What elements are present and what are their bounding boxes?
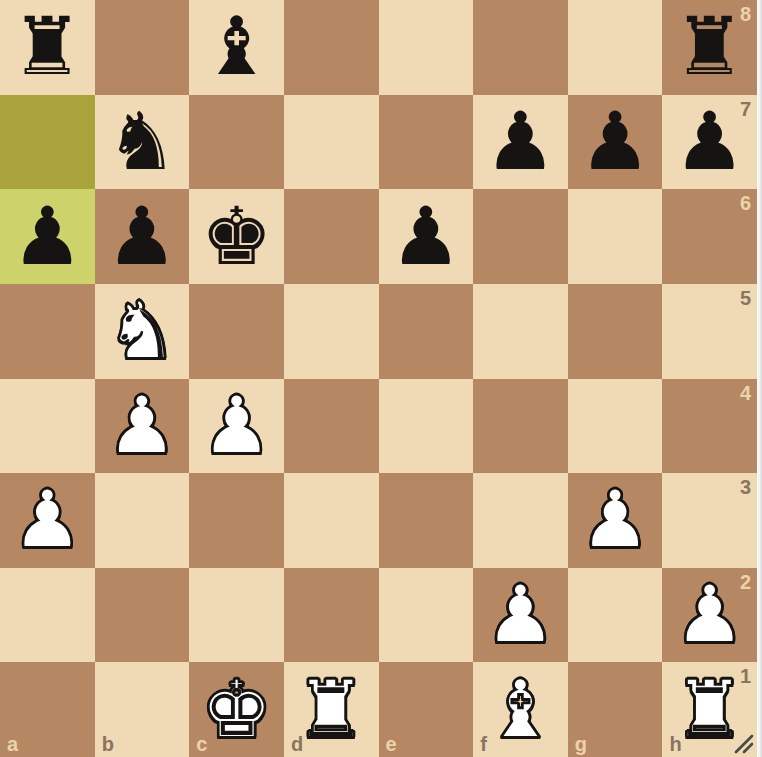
file-label-d: d <box>291 734 303 754</box>
square-a8[interactable]: ♜ <box>0 0 95 95</box>
square-f7[interactable]: ♟ <box>473 95 568 190</box>
square-g8[interactable] <box>568 0 663 95</box>
square-h3[interactable]: 3 <box>662 473 757 568</box>
square-b8[interactable] <box>95 0 190 95</box>
square-b7[interactable]: ♞ <box>95 95 190 190</box>
square-c2[interactable] <box>189 568 284 663</box>
piece-black-rook[interactable]: ♜ <box>11 7 83 87</box>
square-e8[interactable] <box>379 0 474 95</box>
piece-black-knight[interactable]: ♞ <box>106 102 178 182</box>
board-resize-handle[interactable] <box>731 731 755 755</box>
square-c8[interactable]: ♝ <box>189 0 284 95</box>
file-label-e: e <box>386 734 397 754</box>
rank-label-1: 1 <box>740 666 751 686</box>
rank-label-2: 2 <box>740 572 751 592</box>
square-e7[interactable] <box>379 95 474 190</box>
square-f1[interactable]: ♝f <box>473 662 568 757</box>
file-label-h: h <box>669 734 681 754</box>
piece-white-rook[interactable]: ♜ <box>295 670 367 750</box>
square-d2[interactable] <box>284 568 379 663</box>
square-g3[interactable]: ♟ <box>568 473 663 568</box>
piece-black-pawn[interactable]: ♟ <box>11 197 83 277</box>
square-e2[interactable] <box>379 568 474 663</box>
square-a2[interactable] <box>0 568 95 663</box>
square-c6[interactable]: ♚ <box>189 189 284 284</box>
square-g1[interactable]: g <box>568 662 663 757</box>
piece-white-pawn[interactable]: ♟ <box>485 575 557 655</box>
page-background-strip <box>757 0 762 757</box>
square-e3[interactable] <box>379 473 474 568</box>
piece-white-pawn[interactable]: ♟ <box>579 480 651 560</box>
rank-label-3: 3 <box>740 477 751 497</box>
square-c7[interactable] <box>189 95 284 190</box>
square-b2[interactable] <box>95 568 190 663</box>
square-f5[interactable] <box>473 284 568 379</box>
square-a5[interactable] <box>0 284 95 379</box>
square-g5[interactable] <box>568 284 663 379</box>
piece-black-pawn[interactable]: ♟ <box>106 197 178 277</box>
square-a3[interactable]: ♟ <box>0 473 95 568</box>
square-d1[interactable]: ♜d <box>284 662 379 757</box>
square-h7[interactable]: ♟7 <box>662 95 757 190</box>
piece-white-knight[interactable]: ♞ <box>106 291 178 371</box>
square-a1[interactable]: a <box>0 662 95 757</box>
file-label-c: c <box>196 734 207 754</box>
square-g6[interactable] <box>568 189 663 284</box>
square-b5[interactable]: ♞ <box>95 284 190 379</box>
square-h4[interactable]: 4 <box>662 379 757 474</box>
square-h5[interactable]: 5 <box>662 284 757 379</box>
square-c1[interactable]: ♚c <box>189 662 284 757</box>
square-f4[interactable] <box>473 379 568 474</box>
square-e4[interactable] <box>379 379 474 474</box>
page: ♜♝♜8♞♟♟♟7♟♟♚♟6♞5♟♟4♟♟3♟♟2ab♚c♜de♝fg♜1h <box>0 0 762 757</box>
square-a6[interactable]: ♟ <box>0 189 95 284</box>
piece-white-pawn[interactable]: ♟ <box>106 386 178 466</box>
piece-white-bishop[interactable]: ♝ <box>485 670 557 750</box>
rank-label-6: 6 <box>740 193 751 213</box>
square-b3[interactable] <box>95 473 190 568</box>
square-h8[interactable]: ♜8 <box>662 0 757 95</box>
piece-black-pawn[interactable]: ♟ <box>485 102 557 182</box>
square-d6[interactable] <box>284 189 379 284</box>
square-d4[interactable] <box>284 379 379 474</box>
file-label-f: f <box>480 734 487 754</box>
piece-black-rook[interactable]: ♜ <box>674 7 746 87</box>
square-c3[interactable] <box>189 473 284 568</box>
piece-white-pawn[interactable]: ♟ <box>11 480 83 560</box>
square-f3[interactable] <box>473 473 568 568</box>
piece-black-bishop[interactable]: ♝ <box>201 7 273 87</box>
square-d8[interactable] <box>284 0 379 95</box>
square-h6[interactable]: 6 <box>662 189 757 284</box>
piece-black-pawn[interactable]: ♟ <box>390 197 462 277</box>
square-g4[interactable] <box>568 379 663 474</box>
square-g7[interactable]: ♟ <box>568 95 663 190</box>
square-c4[interactable]: ♟ <box>189 379 284 474</box>
piece-black-pawn[interactable]: ♟ <box>674 102 746 182</box>
square-a7[interactable] <box>0 95 95 190</box>
square-d5[interactable] <box>284 284 379 379</box>
file-label-g: g <box>575 734 587 754</box>
square-d7[interactable] <box>284 95 379 190</box>
square-e5[interactable] <box>379 284 474 379</box>
square-h2[interactable]: ♟2 <box>662 568 757 663</box>
square-d3[interactable] <box>284 473 379 568</box>
square-b6[interactable]: ♟ <box>95 189 190 284</box>
rank-label-7: 7 <box>740 99 751 119</box>
rank-label-8: 8 <box>740 4 751 24</box>
rank-label-5: 5 <box>740 288 751 308</box>
square-f2[interactable]: ♟ <box>473 568 568 663</box>
square-f8[interactable] <box>473 0 568 95</box>
square-e6[interactable]: ♟ <box>379 189 474 284</box>
board-wrap: ♜♝♜8♞♟♟♟7♟♟♚♟6♞5♟♟4♟♟3♟♟2ab♚c♜de♝fg♜1h <box>0 0 757 757</box>
square-e1[interactable]: e <box>379 662 474 757</box>
piece-white-king[interactable]: ♚ <box>201 670 273 750</box>
chess-board[interactable]: ♜♝♜8♞♟♟♟7♟♟♚♟6♞5♟♟4♟♟3♟♟2ab♚c♜de♝fg♜1h <box>0 0 757 757</box>
file-label-b: b <box>102 734 114 754</box>
piece-black-king[interactable]: ♚ <box>201 197 273 277</box>
piece-white-pawn[interactable]: ♟ <box>201 386 273 466</box>
rank-label-4: 4 <box>740 383 751 403</box>
square-a4[interactable] <box>0 379 95 474</box>
piece-black-pawn[interactable]: ♟ <box>579 102 651 182</box>
square-b4[interactable]: ♟ <box>95 379 190 474</box>
square-f6[interactable] <box>473 189 568 284</box>
file-label-a: a <box>7 734 18 754</box>
square-b1[interactable]: b <box>95 662 190 757</box>
square-c5[interactable] <box>189 284 284 379</box>
square-g2[interactable] <box>568 568 663 663</box>
piece-white-pawn[interactable]: ♟ <box>674 575 746 655</box>
